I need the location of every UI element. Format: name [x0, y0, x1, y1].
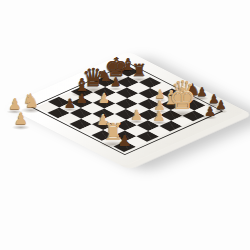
- black-pawn-a1[interactable]: ♟: [118, 133, 131, 148]
- white-pawn-d3[interactable]: ♟: [130, 108, 143, 122]
- white-pawn-e2[interactable]: ♟: [153, 108, 166, 122]
- black-pawn-f7[interactable]: ♟: [110, 77, 121, 89]
- white-king-g2[interactable]: ♚: [169, 84, 196, 114]
- white-knight-left-2[interactable]: ♞: [22, 91, 39, 110]
- white-pawn-left-3[interactable]: ♟: [14, 111, 28, 127]
- black-rook-h7[interactable]: ♜: [131, 62, 146, 79]
- black-pawn-right-5[interactable]: ♟: [216, 99, 227, 111]
- black-pawn-right-4[interactable]: ♟: [204, 105, 216, 118]
- chess-set-photo: ♝♛♞♚♝♟♟♟♜♟♟♟♟♟♟♝♛♟♚♜♟♞♟♞♟♟♟♟: [0, 0, 250, 250]
- white-pawn-d6[interactable]: ♟: [98, 92, 110, 105]
- black-pawn-b7[interactable]: ♟: [64, 96, 76, 109]
- black-pawn-c7[interactable]: ♟: [75, 91, 87, 104]
- black-pawn-right-2[interactable]: ♟: [197, 86, 208, 98]
